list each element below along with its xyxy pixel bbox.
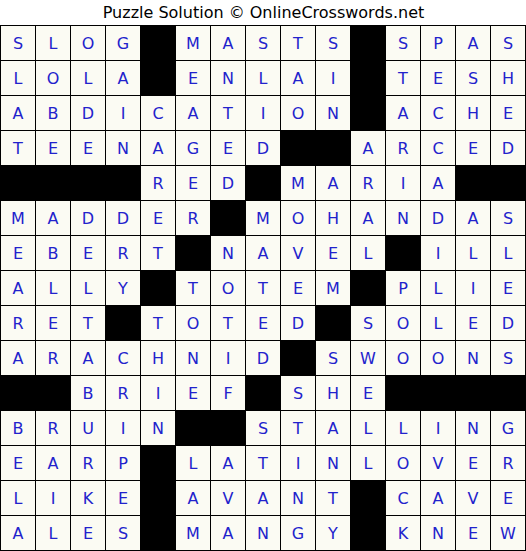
letter-cell-r10c7: I bbox=[211, 341, 246, 376]
letter-cell-r8c15: E bbox=[491, 271, 526, 306]
letter-cell-r14c2: I bbox=[36, 481, 71, 516]
letter-cell-r15c12: K bbox=[386, 516, 421, 551]
block-cell-r4c9 bbox=[281, 131, 316, 166]
letter-cell-r14c1: L bbox=[1, 481, 36, 516]
letter-cell-r6c2: A bbox=[36, 201, 71, 236]
letter-cell-r4c14: E bbox=[456, 131, 491, 166]
letter-cell-r12c12: L bbox=[386, 411, 421, 446]
letter-cell-r4c3: E bbox=[71, 131, 106, 166]
letter-cell-r1c1: S bbox=[1, 26, 36, 61]
letter-cell-r10c3: A bbox=[71, 341, 106, 376]
puzzle-solution-page: Puzzle Solution © OnlineCrosswords.net S… bbox=[0, 0, 526, 551]
letter-cell-r7c5: T bbox=[141, 236, 176, 271]
letter-cell-r7c11: L bbox=[351, 236, 386, 271]
letter-cell-r15c10: Y bbox=[316, 516, 351, 551]
letter-cell-r15c6: M bbox=[176, 516, 211, 551]
letter-cell-r5c7: D bbox=[211, 166, 246, 201]
letter-cell-r2c6: E bbox=[176, 61, 211, 96]
letter-cell-r4c5: A bbox=[141, 131, 176, 166]
letter-cell-r4c8: D bbox=[246, 131, 281, 166]
block-cell-r1c5 bbox=[141, 26, 176, 61]
letter-cell-r14c8: A bbox=[246, 481, 281, 516]
block-cell-r5c2 bbox=[36, 166, 71, 201]
letter-cell-r12c14: N bbox=[456, 411, 491, 446]
letter-cell-r7c3: E bbox=[71, 236, 106, 271]
letter-cell-r12c1: B bbox=[1, 411, 36, 446]
letter-cell-r7c4: R bbox=[106, 236, 141, 271]
page-title: Puzzle Solution © OnlineCrosswords.net bbox=[103, 0, 425, 25]
letter-cell-r10c6: N bbox=[176, 341, 211, 376]
letter-cell-r15c9: G bbox=[281, 516, 316, 551]
letter-cell-r6c10: H bbox=[316, 201, 351, 236]
letter-cell-r14c12: C bbox=[386, 481, 421, 516]
block-cell-r12c6 bbox=[176, 411, 211, 446]
letter-cell-r15c15: W bbox=[491, 516, 526, 551]
letter-cell-r3c13: C bbox=[421, 96, 456, 131]
letter-cell-r12c11: L bbox=[351, 411, 386, 446]
letter-cell-r13c14: E bbox=[456, 446, 491, 481]
letter-cell-r3c6: A bbox=[176, 96, 211, 131]
letter-cell-r10c15: S bbox=[491, 341, 526, 376]
block-cell-r12c7 bbox=[211, 411, 246, 446]
letter-cell-r14c7: V bbox=[211, 481, 246, 516]
letter-cell-r5c13: A bbox=[421, 166, 456, 201]
letter-cell-r15c7: A bbox=[211, 516, 246, 551]
letter-cell-r6c15: S bbox=[491, 201, 526, 236]
letter-cell-r11c9: S bbox=[281, 376, 316, 411]
letter-cell-r1c4: G bbox=[106, 26, 141, 61]
letter-cell-r3c7: T bbox=[211, 96, 246, 131]
letter-cell-r7c8: A bbox=[246, 236, 281, 271]
letter-cell-r2c15: H bbox=[491, 61, 526, 96]
letter-cell-r8c1: A bbox=[1, 271, 36, 306]
letter-cell-r15c2: L bbox=[36, 516, 71, 551]
letter-cell-r2c10: I bbox=[316, 61, 351, 96]
letter-cell-r8c2: L bbox=[36, 271, 71, 306]
block-cell-r11c1 bbox=[1, 376, 36, 411]
letter-cell-r1c7: A bbox=[211, 26, 246, 61]
letter-cell-r11c6: E bbox=[176, 376, 211, 411]
letter-cell-r7c2: B bbox=[36, 236, 71, 271]
letter-cell-r13c3: R bbox=[71, 446, 106, 481]
letter-cell-r11c4: R bbox=[106, 376, 141, 411]
block-cell-r11c12 bbox=[386, 376, 421, 411]
letter-cell-r13c10: N bbox=[316, 446, 351, 481]
letter-cell-r1c9: T bbox=[281, 26, 316, 61]
block-cell-r3c11 bbox=[351, 96, 386, 131]
letter-cell-r3c5: C bbox=[141, 96, 176, 131]
letter-cell-r5c12: I bbox=[386, 166, 421, 201]
letter-cell-r14c14: V bbox=[456, 481, 491, 516]
letter-cell-r9c1: R bbox=[1, 306, 36, 341]
letter-cell-r3c8: I bbox=[246, 96, 281, 131]
letter-cell-r9c12: O bbox=[386, 306, 421, 341]
letter-cell-r12c8: S bbox=[246, 411, 281, 446]
letter-cell-r8c4: Y bbox=[106, 271, 141, 306]
letter-cell-r9c5: T bbox=[141, 306, 176, 341]
letter-cell-r12c10: A bbox=[316, 411, 351, 446]
letter-cell-r8c13: L bbox=[421, 271, 456, 306]
letter-cell-r5c10: A bbox=[316, 166, 351, 201]
crossword-grid: SLOGMASTSSPASLOLAENLAITESHABDICATIONACHE… bbox=[0, 25, 526, 551]
letter-cell-r14c3: K bbox=[71, 481, 106, 516]
letter-cell-r4c12: R bbox=[386, 131, 421, 166]
letter-cell-r9c3: T bbox=[71, 306, 106, 341]
letter-cell-r13c11: L bbox=[351, 446, 386, 481]
letter-cell-r10c13: O bbox=[421, 341, 456, 376]
letter-cell-r3c3: D bbox=[71, 96, 106, 131]
letter-cell-r6c8: M bbox=[246, 201, 281, 236]
letter-cell-r7c9: V bbox=[281, 236, 316, 271]
letter-cell-r9c2: E bbox=[36, 306, 71, 341]
title-bar: Puzzle Solution © OnlineCrosswords.net bbox=[0, 0, 526, 25]
letter-cell-r14c15: E bbox=[491, 481, 526, 516]
block-cell-r14c11 bbox=[351, 481, 386, 516]
letter-cell-r14c10: T bbox=[316, 481, 351, 516]
letter-cell-r9c8: E bbox=[246, 306, 281, 341]
letter-cell-r10c10: S bbox=[316, 341, 351, 376]
letter-cell-r14c6: A bbox=[176, 481, 211, 516]
letter-cell-r3c15: E bbox=[491, 96, 526, 131]
letter-cell-r13c6: L bbox=[176, 446, 211, 481]
letter-cell-r8c6: T bbox=[176, 271, 211, 306]
letter-cell-r6c13: D bbox=[421, 201, 456, 236]
letter-cell-r10c14: N bbox=[456, 341, 491, 376]
letter-cell-r12c3: U bbox=[71, 411, 106, 446]
letter-cell-r15c14: E bbox=[456, 516, 491, 551]
letter-cell-r13c7: A bbox=[211, 446, 246, 481]
letter-cell-r9c11: S bbox=[351, 306, 386, 341]
letter-cell-r8c14: I bbox=[456, 271, 491, 306]
block-cell-r11c13 bbox=[421, 376, 456, 411]
block-cell-r5c8 bbox=[246, 166, 281, 201]
letter-cell-r2c9: A bbox=[281, 61, 316, 96]
letter-cell-r15c4: S bbox=[106, 516, 141, 551]
letter-cell-r4c15: D bbox=[491, 131, 526, 166]
letter-cell-r3c4: I bbox=[106, 96, 141, 131]
letter-cell-r8c3: L bbox=[71, 271, 106, 306]
letter-cell-r12c9: T bbox=[281, 411, 316, 446]
letter-cell-r9c13: L bbox=[421, 306, 456, 341]
block-cell-r11c14 bbox=[456, 376, 491, 411]
letter-cell-r2c14: S bbox=[456, 61, 491, 96]
letter-cell-r5c6: E bbox=[176, 166, 211, 201]
letter-cell-r7c1: E bbox=[1, 236, 36, 271]
letter-cell-r10c12: O bbox=[386, 341, 421, 376]
letter-cell-r3c2: B bbox=[36, 96, 71, 131]
letter-cell-r6c5: E bbox=[141, 201, 176, 236]
letter-cell-r8c9: E bbox=[281, 271, 316, 306]
letter-cell-r14c4: E bbox=[106, 481, 141, 516]
block-cell-r11c2 bbox=[36, 376, 71, 411]
letter-cell-r12c2: R bbox=[36, 411, 71, 446]
block-cell-r1c11 bbox=[351, 26, 386, 61]
letter-cell-r5c9: M bbox=[281, 166, 316, 201]
letter-cell-r12c4: I bbox=[106, 411, 141, 446]
letter-cell-r9c7: T bbox=[211, 306, 246, 341]
letter-cell-r10c4: C bbox=[106, 341, 141, 376]
block-cell-r10c9 bbox=[281, 341, 316, 376]
letter-cell-r4c4: N bbox=[106, 131, 141, 166]
block-cell-r2c11 bbox=[351, 61, 386, 96]
letter-cell-r1c2: L bbox=[36, 26, 71, 61]
letter-cell-r6c3: D bbox=[71, 201, 106, 236]
letter-cell-r11c3: B bbox=[71, 376, 106, 411]
letter-cell-r6c1: M bbox=[1, 201, 36, 236]
letter-cell-r3c12: A bbox=[386, 96, 421, 131]
block-cell-r11c15 bbox=[491, 376, 526, 411]
letter-cell-r13c2: A bbox=[36, 446, 71, 481]
letter-cell-r9c6: O bbox=[176, 306, 211, 341]
letter-cell-r7c14: L bbox=[456, 236, 491, 271]
letter-cell-r14c9: N bbox=[281, 481, 316, 516]
letter-cell-r1c3: O bbox=[71, 26, 106, 61]
letter-cell-r6c9: O bbox=[281, 201, 316, 236]
letter-cell-r3c9: O bbox=[281, 96, 316, 131]
letter-cell-r14c13: A bbox=[421, 481, 456, 516]
block-cell-r7c12 bbox=[386, 236, 421, 271]
letter-cell-r3c10: N bbox=[316, 96, 351, 131]
letter-cell-r4c1: T bbox=[1, 131, 36, 166]
letter-cell-r4c2: E bbox=[36, 131, 71, 166]
letter-cell-r12c5: N bbox=[141, 411, 176, 446]
letter-cell-r11c5: I bbox=[141, 376, 176, 411]
block-cell-r13c5 bbox=[141, 446, 176, 481]
letter-cell-r11c11: E bbox=[351, 376, 386, 411]
letter-cell-r9c9: D bbox=[281, 306, 316, 341]
letter-cell-r13c9: I bbox=[281, 446, 316, 481]
letter-cell-r1c6: M bbox=[176, 26, 211, 61]
letter-cell-r8c12: P bbox=[386, 271, 421, 306]
letter-cell-r15c13: N bbox=[421, 516, 456, 551]
block-cell-r8c5 bbox=[141, 271, 176, 306]
letter-cell-r13c15: R bbox=[491, 446, 526, 481]
letter-cell-r2c3: L bbox=[71, 61, 106, 96]
letter-cell-r1c10: S bbox=[316, 26, 351, 61]
letter-cell-r15c8: N bbox=[246, 516, 281, 551]
letter-cell-r8c8: T bbox=[246, 271, 281, 306]
letter-cell-r1c15: S bbox=[491, 26, 526, 61]
letter-cell-r8c7: O bbox=[211, 271, 246, 306]
block-cell-r6c7 bbox=[211, 201, 246, 236]
letter-cell-r15c3: E bbox=[71, 516, 106, 551]
block-cell-r8c11 bbox=[351, 271, 386, 306]
letter-cell-r10c5: H bbox=[141, 341, 176, 376]
block-cell-r5c4 bbox=[106, 166, 141, 201]
letter-cell-r2c7: N bbox=[211, 61, 246, 96]
letter-cell-r10c8: D bbox=[246, 341, 281, 376]
letter-cell-r7c7: N bbox=[211, 236, 246, 271]
letter-cell-r6c14: A bbox=[456, 201, 491, 236]
letter-cell-r4c7: E bbox=[211, 131, 246, 166]
letter-cell-r9c14: E bbox=[456, 306, 491, 341]
letter-cell-r2c2: O bbox=[36, 61, 71, 96]
letter-cell-r10c11: W bbox=[351, 341, 386, 376]
letter-cell-r2c13: E bbox=[421, 61, 456, 96]
letter-cell-r5c5: R bbox=[141, 166, 176, 201]
block-cell-r9c4 bbox=[106, 306, 141, 341]
block-cell-r5c1 bbox=[1, 166, 36, 201]
block-cell-r14c5 bbox=[141, 481, 176, 516]
block-cell-r5c15 bbox=[491, 166, 526, 201]
letter-cell-r1c12: S bbox=[386, 26, 421, 61]
letter-cell-r15c1: A bbox=[1, 516, 36, 551]
block-cell-r9c10 bbox=[316, 306, 351, 341]
letter-cell-r7c15: L bbox=[491, 236, 526, 271]
letter-cell-r2c4: A bbox=[106, 61, 141, 96]
letter-cell-r10c2: R bbox=[36, 341, 71, 376]
block-cell-r15c11 bbox=[351, 516, 386, 551]
letter-cell-r7c10: E bbox=[316, 236, 351, 271]
letter-cell-r13c8: T bbox=[246, 446, 281, 481]
letter-cell-r6c6: R bbox=[176, 201, 211, 236]
letter-cell-r6c4: D bbox=[106, 201, 141, 236]
letter-cell-r9c15: D bbox=[491, 306, 526, 341]
block-cell-r5c3 bbox=[71, 166, 106, 201]
block-cell-r5c14 bbox=[456, 166, 491, 201]
block-cell-r2c5 bbox=[141, 61, 176, 96]
letter-cell-r3c1: A bbox=[1, 96, 36, 131]
letter-cell-r5c11: R bbox=[351, 166, 386, 201]
letter-cell-r4c6: G bbox=[176, 131, 211, 166]
letter-cell-r6c11: A bbox=[351, 201, 386, 236]
letter-cell-r7c13: I bbox=[421, 236, 456, 271]
letter-cell-r13c4: P bbox=[106, 446, 141, 481]
letter-cell-r11c7: F bbox=[211, 376, 246, 411]
letter-cell-r2c1: L bbox=[1, 61, 36, 96]
letter-cell-r13c1: E bbox=[1, 446, 36, 481]
letter-cell-r10c1: A bbox=[1, 341, 36, 376]
letter-cell-r8c10: M bbox=[316, 271, 351, 306]
letter-cell-r3c14: H bbox=[456, 96, 491, 131]
letter-cell-r1c14: A bbox=[456, 26, 491, 61]
letter-cell-r11c10: H bbox=[316, 376, 351, 411]
letter-cell-r13c13: V bbox=[421, 446, 456, 481]
letter-cell-r4c13: C bbox=[421, 131, 456, 166]
letter-cell-r13c12: O bbox=[386, 446, 421, 481]
letter-cell-r1c8: S bbox=[246, 26, 281, 61]
letter-cell-r1c13: P bbox=[421, 26, 456, 61]
block-cell-r4c10 bbox=[316, 131, 351, 166]
letter-cell-r12c13: I bbox=[421, 411, 456, 446]
block-cell-r7c6 bbox=[176, 236, 211, 271]
letter-cell-r4c11: A bbox=[351, 131, 386, 166]
letter-cell-r2c8: L bbox=[246, 61, 281, 96]
block-cell-r15c5 bbox=[141, 516, 176, 551]
letter-cell-r6c12: N bbox=[386, 201, 421, 236]
block-cell-r11c8 bbox=[246, 376, 281, 411]
letter-cell-r12c15: G bbox=[491, 411, 526, 446]
letter-cell-r2c12: T bbox=[386, 61, 421, 96]
